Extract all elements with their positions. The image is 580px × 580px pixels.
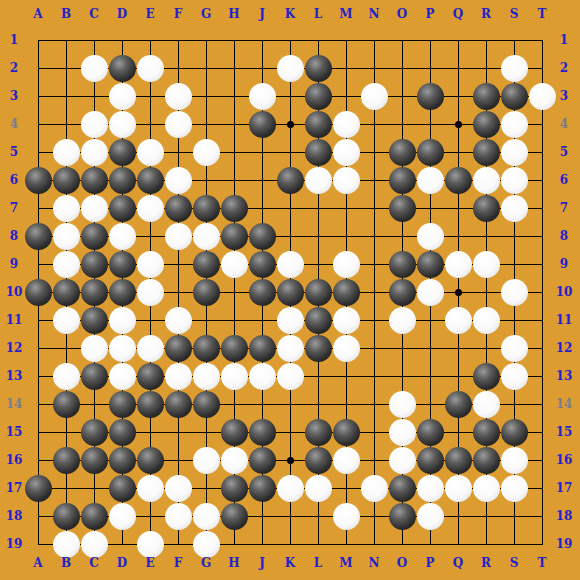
- cell-Q6[interactable]: [444, 166, 472, 194]
- cell-B10[interactable]: [52, 278, 80, 306]
- stone-black-R15[interactable]: [473, 419, 500, 446]
- cell-N15[interactable]: [360, 418, 388, 446]
- cell-H4[interactable]: [220, 110, 248, 138]
- cell-G11[interactable]: [192, 306, 220, 334]
- cell-S9[interactable]: [500, 250, 528, 278]
- stone-white-O15[interactable]: [389, 419, 416, 446]
- stone-black-L11[interactable]: [305, 307, 332, 334]
- cell-R19[interactable]: [472, 530, 500, 558]
- cell-E6[interactable]: [136, 166, 164, 194]
- cell-J10[interactable]: [248, 278, 276, 306]
- stone-black-C13[interactable]: [81, 363, 108, 390]
- cell-M13[interactable]: [332, 362, 360, 390]
- stone-white-N3[interactable]: [361, 83, 388, 110]
- cell-L11[interactable]: [304, 306, 332, 334]
- cell-C11[interactable]: [80, 306, 108, 334]
- stone-black-S15[interactable]: [501, 419, 528, 446]
- cell-J7[interactable]: [248, 194, 276, 222]
- stone-white-F13[interactable]: [165, 363, 192, 390]
- cell-T8[interactable]: [528, 222, 556, 250]
- cell-F3[interactable]: [164, 82, 192, 110]
- stone-white-E5[interactable]: [137, 139, 164, 166]
- cell-K14[interactable]: [276, 390, 304, 418]
- stone-white-H16[interactable]: [221, 447, 248, 474]
- stone-white-O14[interactable]: [389, 391, 416, 418]
- stone-white-R11[interactable]: [473, 307, 500, 334]
- cell-L18[interactable]: [304, 502, 332, 530]
- cell-D7[interactable]: [108, 194, 136, 222]
- cell-E15[interactable]: [136, 418, 164, 446]
- cell-E10[interactable]: [136, 278, 164, 306]
- cell-D8[interactable]: [108, 222, 136, 250]
- stone-white-S10[interactable]: [501, 279, 528, 306]
- stone-black-C11[interactable]: [81, 307, 108, 334]
- cell-A6[interactable]: [24, 166, 52, 194]
- cell-R9[interactable]: [472, 250, 500, 278]
- stone-black-P5[interactable]: [417, 139, 444, 166]
- cell-L2[interactable]: [304, 54, 332, 82]
- cell-G3[interactable]: [192, 82, 220, 110]
- cell-E5[interactable]: [136, 138, 164, 166]
- stone-white-G19[interactable]: [193, 531, 220, 558]
- cell-B15[interactable]: [52, 418, 80, 446]
- cell-R3[interactable]: [472, 82, 500, 110]
- cell-G18[interactable]: [192, 502, 220, 530]
- stone-black-Q6[interactable]: [445, 167, 472, 194]
- stone-white-G8[interactable]: [193, 223, 220, 250]
- cell-Q1[interactable]: [444, 26, 472, 54]
- cell-A10[interactable]: [24, 278, 52, 306]
- cell-D2[interactable]: [108, 54, 136, 82]
- cell-T13[interactable]: [528, 362, 556, 390]
- cell-F8[interactable]: [164, 222, 192, 250]
- cell-K17[interactable]: [276, 474, 304, 502]
- cell-O7[interactable]: [388, 194, 416, 222]
- cell-L14[interactable]: [304, 390, 332, 418]
- cell-P6[interactable]: [416, 166, 444, 194]
- stone-white-S4[interactable]: [501, 111, 528, 138]
- cell-C14[interactable]: [80, 390, 108, 418]
- cell-H14[interactable]: [220, 390, 248, 418]
- cell-P11[interactable]: [416, 306, 444, 334]
- stone-black-O6[interactable]: [389, 167, 416, 194]
- cell-J1[interactable]: [248, 26, 276, 54]
- cell-J5[interactable]: [248, 138, 276, 166]
- cell-S3[interactable]: [500, 82, 528, 110]
- cell-S7[interactable]: [500, 194, 528, 222]
- cell-C15[interactable]: [80, 418, 108, 446]
- cell-S1[interactable]: [500, 26, 528, 54]
- cell-H2[interactable]: [220, 54, 248, 82]
- stone-white-M11[interactable]: [333, 307, 360, 334]
- cell-Q16[interactable]: [444, 446, 472, 474]
- cell-O3[interactable]: [388, 82, 416, 110]
- cell-F19[interactable]: [164, 530, 192, 558]
- stone-black-P15[interactable]: [417, 419, 444, 446]
- stone-white-M9[interactable]: [333, 251, 360, 278]
- stone-black-E13[interactable]: [137, 363, 164, 390]
- cell-J12[interactable]: [248, 334, 276, 362]
- cell-A1[interactable]: [24, 26, 52, 54]
- stone-white-S16[interactable]: [501, 447, 528, 474]
- stone-white-Q9[interactable]: [445, 251, 472, 278]
- stone-black-O17[interactable]: [389, 475, 416, 502]
- cell-O8[interactable]: [388, 222, 416, 250]
- cell-M19[interactable]: [332, 530, 360, 558]
- cell-O5[interactable]: [388, 138, 416, 166]
- cell-S12[interactable]: [500, 334, 528, 362]
- cell-F6[interactable]: [164, 166, 192, 194]
- cell-G6[interactable]: [192, 166, 220, 194]
- cell-M16[interactable]: [332, 446, 360, 474]
- stone-black-E16[interactable]: [137, 447, 164, 474]
- cell-L3[interactable]: [304, 82, 332, 110]
- cell-H17[interactable]: [220, 474, 248, 502]
- cell-B9[interactable]: [52, 250, 80, 278]
- cell-C16[interactable]: [80, 446, 108, 474]
- cell-E1[interactable]: [136, 26, 164, 54]
- cell-R8[interactable]: [472, 222, 500, 250]
- stone-white-D13[interactable]: [109, 363, 136, 390]
- stone-black-F14[interactable]: [165, 391, 192, 418]
- cell-R2[interactable]: [472, 54, 500, 82]
- cell-A17[interactable]: [24, 474, 52, 502]
- cell-D4[interactable]: [108, 110, 136, 138]
- stone-white-P10[interactable]: [417, 279, 444, 306]
- cell-P19[interactable]: [416, 530, 444, 558]
- cell-D19[interactable]: [108, 530, 136, 558]
- cell-G4[interactable]: [192, 110, 220, 138]
- cell-M4[interactable]: [332, 110, 360, 138]
- stone-white-C4[interactable]: [81, 111, 108, 138]
- cell-F14[interactable]: [164, 390, 192, 418]
- stone-black-L15[interactable]: [305, 419, 332, 446]
- stone-black-C15[interactable]: [81, 419, 108, 446]
- stone-white-T3[interactable]: [529, 83, 556, 110]
- stone-white-E12[interactable]: [137, 335, 164, 362]
- cell-D16[interactable]: [108, 446, 136, 474]
- stone-black-J8[interactable]: [249, 223, 276, 250]
- stone-white-C19[interactable]: [81, 531, 108, 558]
- cell-N11[interactable]: [360, 306, 388, 334]
- stone-white-S2[interactable]: [501, 55, 528, 82]
- cell-A12[interactable]: [24, 334, 52, 362]
- cell-L19[interactable]: [304, 530, 332, 558]
- cell-O18[interactable]: [388, 502, 416, 530]
- cell-P15[interactable]: [416, 418, 444, 446]
- stone-black-A17[interactable]: [25, 475, 52, 502]
- cell-J14[interactable]: [248, 390, 276, 418]
- cell-L10[interactable]: [304, 278, 332, 306]
- stone-black-P16[interactable]: [417, 447, 444, 474]
- cell-A3[interactable]: [24, 82, 52, 110]
- stone-black-L10[interactable]: [305, 279, 332, 306]
- stone-black-R3[interactable]: [473, 83, 500, 110]
- cell-P14[interactable]: [416, 390, 444, 418]
- stone-black-O9[interactable]: [389, 251, 416, 278]
- stone-black-B6[interactable]: [53, 167, 80, 194]
- cell-L15[interactable]: [304, 418, 332, 446]
- stone-white-K11[interactable]: [277, 307, 304, 334]
- cell-C17[interactable]: [80, 474, 108, 502]
- stone-black-A10[interactable]: [25, 279, 52, 306]
- stone-black-D6[interactable]: [109, 167, 136, 194]
- cell-C12[interactable]: [80, 334, 108, 362]
- stone-black-H18[interactable]: [221, 503, 248, 530]
- cell-A13[interactable]: [24, 362, 52, 390]
- cell-H16[interactable]: [220, 446, 248, 474]
- cell-Q9[interactable]: [444, 250, 472, 278]
- cell-C3[interactable]: [80, 82, 108, 110]
- stone-white-E10[interactable]: [137, 279, 164, 306]
- stone-white-L17[interactable]: [305, 475, 332, 502]
- cell-P4[interactable]: [416, 110, 444, 138]
- cell-R12[interactable]: [472, 334, 500, 362]
- cell-M10[interactable]: [332, 278, 360, 306]
- stone-white-K2[interactable]: [277, 55, 304, 82]
- cell-O13[interactable]: [388, 362, 416, 390]
- cell-Q15[interactable]: [444, 418, 472, 446]
- cell-O6[interactable]: [388, 166, 416, 194]
- cell-J15[interactable]: [248, 418, 276, 446]
- cell-E17[interactable]: [136, 474, 164, 502]
- cell-A15[interactable]: [24, 418, 52, 446]
- stone-white-M5[interactable]: [333, 139, 360, 166]
- cell-D3[interactable]: [108, 82, 136, 110]
- stone-black-R7[interactable]: [473, 195, 500, 222]
- cell-N18[interactable]: [360, 502, 388, 530]
- cell-F11[interactable]: [164, 306, 192, 334]
- cell-Q4[interactable]: [444, 110, 472, 138]
- stone-black-Q14[interactable]: [445, 391, 472, 418]
- stone-white-J3[interactable]: [249, 83, 276, 110]
- stone-white-F11[interactable]: [165, 307, 192, 334]
- stone-black-B16[interactable]: [53, 447, 80, 474]
- cell-N12[interactable]: [360, 334, 388, 362]
- cell-H18[interactable]: [220, 502, 248, 530]
- cell-E12[interactable]: [136, 334, 164, 362]
- cell-M7[interactable]: [332, 194, 360, 222]
- cell-N9[interactable]: [360, 250, 388, 278]
- cell-B16[interactable]: [52, 446, 80, 474]
- stone-black-A8[interactable]: [25, 223, 52, 250]
- cell-N3[interactable]: [360, 82, 388, 110]
- cell-D18[interactable]: [108, 502, 136, 530]
- cell-T1[interactable]: [528, 26, 556, 54]
- stone-white-S17[interactable]: [501, 475, 528, 502]
- cell-C8[interactable]: [80, 222, 108, 250]
- stone-black-H17[interactable]: [221, 475, 248, 502]
- cell-O16[interactable]: [388, 446, 416, 474]
- cell-F1[interactable]: [164, 26, 192, 54]
- stone-white-M6[interactable]: [333, 167, 360, 194]
- stone-black-L2[interactable]: [305, 55, 332, 82]
- cell-J17[interactable]: [248, 474, 276, 502]
- cell-O10[interactable]: [388, 278, 416, 306]
- stone-black-J9[interactable]: [249, 251, 276, 278]
- stone-black-F7[interactable]: [165, 195, 192, 222]
- cell-T6[interactable]: [528, 166, 556, 194]
- stone-black-H8[interactable]: [221, 223, 248, 250]
- stone-black-D2[interactable]: [109, 55, 136, 82]
- cell-R1[interactable]: [472, 26, 500, 54]
- cell-B3[interactable]: [52, 82, 80, 110]
- stone-white-P8[interactable]: [417, 223, 444, 250]
- cell-O17[interactable]: [388, 474, 416, 502]
- cell-A2[interactable]: [24, 54, 52, 82]
- cell-M1[interactable]: [332, 26, 360, 54]
- stone-white-O16[interactable]: [389, 447, 416, 474]
- cell-N4[interactable]: [360, 110, 388, 138]
- cell-F13[interactable]: [164, 362, 192, 390]
- cell-J4[interactable]: [248, 110, 276, 138]
- stone-white-C7[interactable]: [81, 195, 108, 222]
- cell-H5[interactable]: [220, 138, 248, 166]
- cell-H7[interactable]: [220, 194, 248, 222]
- stone-black-M10[interactable]: [333, 279, 360, 306]
- stone-black-C16[interactable]: [81, 447, 108, 474]
- cell-C5[interactable]: [80, 138, 108, 166]
- cell-J18[interactable]: [248, 502, 276, 530]
- stone-white-R14[interactable]: [473, 391, 500, 418]
- cell-R18[interactable]: [472, 502, 500, 530]
- cell-O15[interactable]: [388, 418, 416, 446]
- cell-T3[interactable]: [528, 82, 556, 110]
- cell-E2[interactable]: [136, 54, 164, 82]
- cell-P16[interactable]: [416, 446, 444, 474]
- stone-black-J12[interactable]: [249, 335, 276, 362]
- cell-F10[interactable]: [164, 278, 192, 306]
- cell-H13[interactable]: [220, 362, 248, 390]
- cell-Q2[interactable]: [444, 54, 472, 82]
- cell-E4[interactable]: [136, 110, 164, 138]
- cell-K1[interactable]: [276, 26, 304, 54]
- cell-S10[interactable]: [500, 278, 528, 306]
- cell-S11[interactable]: [500, 306, 528, 334]
- stone-white-E2[interactable]: [137, 55, 164, 82]
- stone-white-H9[interactable]: [221, 251, 248, 278]
- cell-M17[interactable]: [332, 474, 360, 502]
- cell-P13[interactable]: [416, 362, 444, 390]
- stone-black-O10[interactable]: [389, 279, 416, 306]
- cell-N16[interactable]: [360, 446, 388, 474]
- cell-S15[interactable]: [500, 418, 528, 446]
- cell-A5[interactable]: [24, 138, 52, 166]
- cell-B11[interactable]: [52, 306, 80, 334]
- cell-H3[interactable]: [220, 82, 248, 110]
- cell-D1[interactable]: [108, 26, 136, 54]
- stone-white-B7[interactable]: [53, 195, 80, 222]
- stone-black-D17[interactable]: [109, 475, 136, 502]
- stone-white-S6[interactable]: [501, 167, 528, 194]
- cell-M14[interactable]: [332, 390, 360, 418]
- cell-A4[interactable]: [24, 110, 52, 138]
- cell-J11[interactable]: [248, 306, 276, 334]
- cell-S8[interactable]: [500, 222, 528, 250]
- cell-R5[interactable]: [472, 138, 500, 166]
- cell-A16[interactable]: [24, 446, 52, 474]
- cell-N19[interactable]: [360, 530, 388, 558]
- cell-O1[interactable]: [388, 26, 416, 54]
- stone-black-D9[interactable]: [109, 251, 136, 278]
- cell-K10[interactable]: [276, 278, 304, 306]
- stone-black-Q16[interactable]: [445, 447, 472, 474]
- stone-black-E6[interactable]: [137, 167, 164, 194]
- cell-R17[interactable]: [472, 474, 500, 502]
- cell-F5[interactable]: [164, 138, 192, 166]
- cell-D15[interactable]: [108, 418, 136, 446]
- cell-T17[interactable]: [528, 474, 556, 502]
- cell-B18[interactable]: [52, 502, 80, 530]
- stone-black-B14[interactable]: [53, 391, 80, 418]
- cell-C18[interactable]: [80, 502, 108, 530]
- cell-G14[interactable]: [192, 390, 220, 418]
- stone-white-D18[interactable]: [109, 503, 136, 530]
- stone-black-D10[interactable]: [109, 279, 136, 306]
- cell-L13[interactable]: [304, 362, 332, 390]
- cell-K12[interactable]: [276, 334, 304, 362]
- cell-P9[interactable]: [416, 250, 444, 278]
- cell-T2[interactable]: [528, 54, 556, 82]
- cell-F16[interactable]: [164, 446, 192, 474]
- cell-G16[interactable]: [192, 446, 220, 474]
- cell-E14[interactable]: [136, 390, 164, 418]
- stone-white-G13[interactable]: [193, 363, 220, 390]
- cell-C1[interactable]: [80, 26, 108, 54]
- cell-H1[interactable]: [220, 26, 248, 54]
- cell-G15[interactable]: [192, 418, 220, 446]
- stone-black-G10[interactable]: [193, 279, 220, 306]
- stone-white-J13[interactable]: [249, 363, 276, 390]
- cell-B17[interactable]: [52, 474, 80, 502]
- cell-M11[interactable]: [332, 306, 360, 334]
- stone-black-C10[interactable]: [81, 279, 108, 306]
- cell-D11[interactable]: [108, 306, 136, 334]
- stone-white-M18[interactable]: [333, 503, 360, 530]
- cell-H9[interactable]: [220, 250, 248, 278]
- cell-J2[interactable]: [248, 54, 276, 82]
- stone-white-D4[interactable]: [109, 111, 136, 138]
- cell-P10[interactable]: [416, 278, 444, 306]
- cell-M2[interactable]: [332, 54, 360, 82]
- cell-Q3[interactable]: [444, 82, 472, 110]
- cell-T16[interactable]: [528, 446, 556, 474]
- cell-N2[interactable]: [360, 54, 388, 82]
- cell-E11[interactable]: [136, 306, 164, 334]
- cell-J6[interactable]: [248, 166, 276, 194]
- cell-G10[interactable]: [192, 278, 220, 306]
- cell-A8[interactable]: [24, 222, 52, 250]
- cell-M18[interactable]: [332, 502, 360, 530]
- cell-F15[interactable]: [164, 418, 192, 446]
- cell-S5[interactable]: [500, 138, 528, 166]
- cell-D17[interactable]: [108, 474, 136, 502]
- cell-D12[interactable]: [108, 334, 136, 362]
- stone-black-S3[interactable]: [501, 83, 528, 110]
- cell-S14[interactable]: [500, 390, 528, 418]
- cell-O2[interactable]: [388, 54, 416, 82]
- cell-Q10[interactable]: [444, 278, 472, 306]
- cell-N13[interactable]: [360, 362, 388, 390]
- stone-black-L5[interactable]: [305, 139, 332, 166]
- cell-K6[interactable]: [276, 166, 304, 194]
- cell-L12[interactable]: [304, 334, 332, 362]
- cell-A18[interactable]: [24, 502, 52, 530]
- stone-white-S5[interactable]: [501, 139, 528, 166]
- cell-A19[interactable]: [24, 530, 52, 558]
- cell-N8[interactable]: [360, 222, 388, 250]
- cell-A7[interactable]: [24, 194, 52, 222]
